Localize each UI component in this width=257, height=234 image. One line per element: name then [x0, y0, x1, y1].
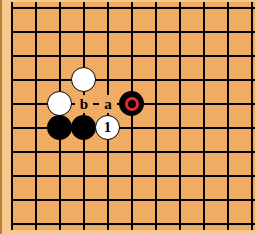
grid-line-horizontal [11, 175, 255, 177]
grid-line-vertical [251, 2, 253, 230]
grid-line-vertical [11, 2, 13, 230]
grid-line-horizontal [11, 31, 255, 33]
grid-line-vertical [35, 2, 37, 230]
board-right-margin [255, 0, 257, 234]
stone-white [71, 67, 96, 92]
grid-line-horizontal [11, 7, 255, 9]
grid-line-horizontal [11, 55, 255, 57]
board-letter-label: a [99, 95, 117, 113]
stone-white [47, 91, 72, 116]
board-bottom-margin [11, 230, 257, 234]
grid-line-horizontal [11, 199, 255, 201]
board-top-margin [11, 0, 257, 2]
marked-stone-circle-icon [125, 97, 139, 111]
grid-line-horizontal [11, 79, 255, 81]
go-board-diagram: ba1 [0, 0, 257, 234]
stone-black-marked [119, 91, 144, 116]
grid-line-horizontal [11, 223, 255, 225]
board-left-margin [2, 0, 11, 234]
grid-line-horizontal [11, 151, 255, 153]
stone-black [71, 115, 96, 140]
stone-move-number: 1 [104, 120, 112, 135]
grid-line-vertical [155, 2, 157, 230]
stone-white-numbered: 1 [95, 115, 120, 140]
board-letter-label: b [75, 95, 93, 113]
grid-line-vertical [179, 2, 181, 230]
grid-line-vertical [131, 2, 133, 230]
stone-black [47, 115, 72, 140]
grid-line-vertical [203, 2, 205, 230]
grid-line-vertical [227, 2, 229, 230]
